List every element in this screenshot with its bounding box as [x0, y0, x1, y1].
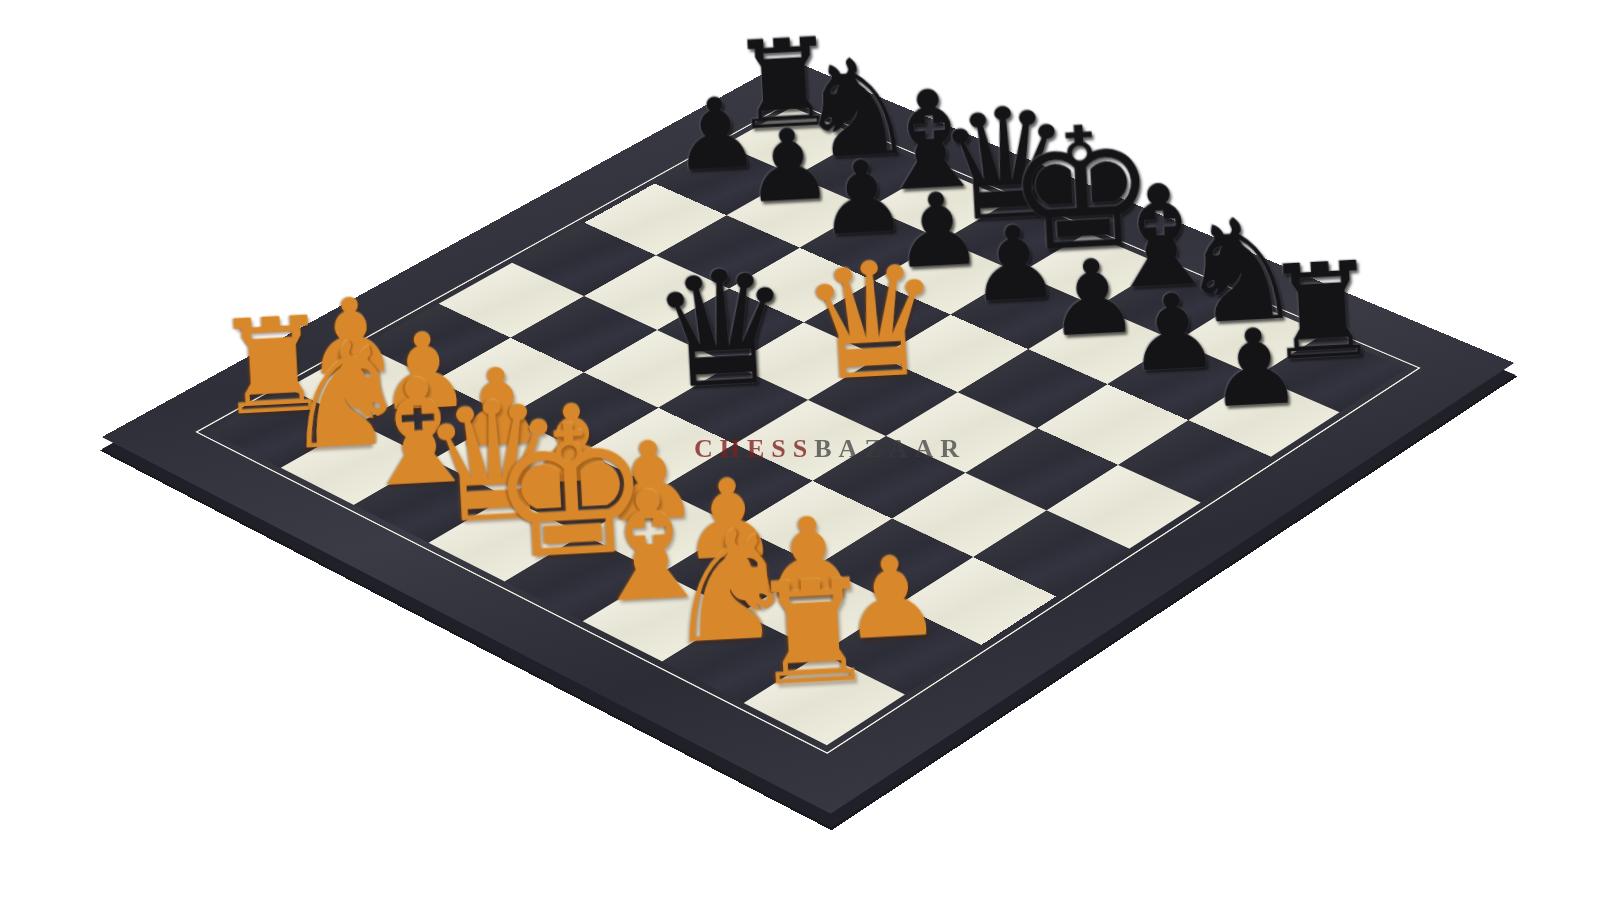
black-rook-h8: ♜: [1244, 243, 1401, 381]
bishop-glyph: ♝: [1094, 165, 1226, 311]
rook-glyph: ♜: [727, 21, 842, 148]
rook-glyph: ♜: [1261, 244, 1384, 380]
chess-board: ♜♞♝♛♚♝♞♜♟♟♟♟♟♟♟♟♛♛♟♟♟♟♟♟♟♟♜♞♝♛♚♝♞♜: [102, 59, 1514, 813]
rook-glyph: ♜: [212, 299, 335, 435]
knight-glyph: ♞: [1174, 198, 1307, 345]
product-photo-scene: ♜♞♝♛♚♝♞♜♟♟♟♟♟♟♟♟♛♛♟♟♟♟♟♟♟♟♜♞♝♛♚♝♞♜: [0, 0, 1600, 900]
white-rook-a1: ♜: [195, 298, 352, 436]
black-rook-a8: ♜: [711, 20, 857, 149]
